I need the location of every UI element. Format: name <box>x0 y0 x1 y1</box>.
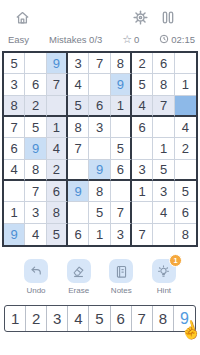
grid-cell-r2c9[interactable]: 1 <box>175 74 196 95</box>
grid-cell-r3c7[interactable]: 4 <box>132 96 153 117</box>
grid-cell-r5c8[interactable]: 1 <box>153 138 174 159</box>
numpad-key-4[interactable]: 4 <box>68 306 89 331</box>
grid-cell-r4c8[interactable] <box>153 117 174 138</box>
grid-cell-r5c1[interactable]: 6 <box>4 138 25 159</box>
grid-cell-r3c6[interactable]: 1 <box>111 96 132 117</box>
grid-cell-r4c4[interactable]: 8 <box>68 117 89 138</box>
undo-button[interactable]: Undo <box>23 259 49 295</box>
grid-cell-r5c5[interactable] <box>89 138 110 159</box>
grid-cell-r1c1[interactable]: 5 <box>4 53 25 74</box>
grid-cell-r2c2[interactable]: 6 <box>25 74 46 95</box>
grid-cell-r3c9[interactable] <box>175 96 196 117</box>
grid-cell-r4c2[interactable]: 5 <box>25 117 46 138</box>
undo-icon <box>24 259 48 283</box>
star-count: 0 <box>134 34 139 45</box>
numpad-key-7[interactable]: 7 <box>132 306 153 331</box>
grid-cell-r6c4[interactable] <box>68 160 89 181</box>
grid-cell-r7c4[interactable]: 9 <box>68 181 89 202</box>
grid-cell-r2c5[interactable] <box>89 74 110 95</box>
numpad-key-9[interactable]: 9 <box>174 306 195 331</box>
grid-cell-r6c2[interactable]: 8 <box>25 160 46 181</box>
grid-cell-r1c8[interactable]: 6 <box>153 53 174 74</box>
hint-badge: 1 <box>169 254 182 267</box>
grid-cell-r2c7[interactable]: 5 <box>132 74 153 95</box>
numpad-key-3[interactable]: 3 <box>47 306 68 331</box>
grid-cell-r2c8[interactable]: 8 <box>153 74 174 95</box>
numpad-key-8[interactable]: 8 <box>153 306 174 331</box>
home-icon <box>14 9 31 26</box>
grid-cell-r1c6[interactable]: 8 <box>111 53 132 74</box>
grid-cell-r6c8[interactable]: 5 <box>153 160 174 181</box>
grid-cell-r2c1[interactable]: 3 <box>4 74 25 95</box>
status-bar: Easy Mistakes 0/3 ☆ 0 02:15 <box>0 33 200 45</box>
notes-button[interactable]: Notes <box>108 259 134 295</box>
home-button[interactable] <box>14 9 31 26</box>
grid-cell-r7c5[interactable]: 8 <box>89 181 110 202</box>
grid-cell-r8c7[interactable] <box>132 202 153 223</box>
grid-cell-r7c9[interactable]: 5 <box>175 181 196 202</box>
grid-cell-r7c8[interactable]: 3 <box>153 181 174 202</box>
eraser-icon <box>67 259 91 283</box>
grid-cell-r4c9[interactable]: 4 <box>175 117 196 138</box>
numpad-key-5[interactable]: 5 <box>89 306 110 331</box>
grid-cell-r8c4[interactable] <box>68 202 89 223</box>
hint-label: Hint <box>157 286 171 295</box>
grid-cell-r3c2[interactable]: 2 <box>25 96 46 117</box>
difficulty-label: Easy <box>8 34 29 45</box>
grid-cell-r8c5[interactable]: 5 <box>89 202 110 223</box>
mistakes-label: Mistakes 0/3 <box>49 34 102 45</box>
grid-cell-r7c7[interactable]: 1 <box>132 181 153 202</box>
score-group: ☆ 0 <box>122 34 139 45</box>
grid-cell-r1c9[interactable] <box>175 53 196 74</box>
grid-cell-r1c2[interactable] <box>25 53 46 74</box>
grid-cell-r9c8[interactable] <box>153 224 174 245</box>
number-pad: 123456789 <box>4 305 196 332</box>
grid-cell-r1c3[interactable]: 9 <box>47 53 68 74</box>
undo-label: Undo <box>26 286 45 295</box>
grid-cell-r8c3[interactable]: 8 <box>47 202 68 223</box>
settings-button[interactable] <box>132 9 149 26</box>
grid-cell-r3c4[interactable]: 5 <box>68 96 89 117</box>
grid-cell-r2c4[interactable]: 4 <box>68 74 89 95</box>
sudoku-board: 5937826367495818256147751836469475124829… <box>2 51 198 247</box>
grid-cell-r9c4[interactable]: 6 <box>68 224 89 245</box>
erase-label: Erase <box>68 286 89 295</box>
grid-cell-r6c1[interactable]: 4 <box>4 160 25 181</box>
grid-cell-r9c6[interactable]: 3 <box>111 224 132 245</box>
star-icon: ☆ <box>122 34 132 44</box>
grid-cell-r1c7[interactable]: 2 <box>132 53 153 74</box>
grid-cell-r6c6[interactable]: 6 <box>111 160 132 181</box>
grid-cell-r9c9[interactable]: 8 <box>175 224 196 245</box>
grid-cell-r8c6[interactable]: 7 <box>111 202 132 223</box>
pause-icon <box>160 9 176 26</box>
numpad-key-1[interactable]: 1 <box>5 306 26 331</box>
gear-icon <box>132 9 149 26</box>
grid-cell-r5c6[interactable]: 5 <box>111 138 132 159</box>
grid-cell-r3c8[interactable]: 7 <box>153 96 174 117</box>
grid-cell-r9c3[interactable]: 5 <box>47 224 68 245</box>
grid-cell-r1c5[interactable]: 7 <box>89 53 110 74</box>
grid-cell-r6c9[interactable] <box>175 160 196 181</box>
grid-cell-r3c3[interactable] <box>47 96 68 117</box>
grid-cell-r5c2[interactable]: 9 <box>25 138 46 159</box>
grid-cell-r2c6[interactable]: 9 <box>111 74 132 95</box>
notebook-icon <box>109 259 133 283</box>
grid-cell-r4c3[interactable]: 1 <box>47 117 68 138</box>
grid-cell-r9c7[interactable]: 7 <box>132 224 153 245</box>
timer-value: 02:15 <box>171 34 195 45</box>
grid-cell-r1c4[interactable]: 3 <box>68 53 89 74</box>
grid-cell-r5c3[interactable]: 4 <box>47 138 68 159</box>
grid-cell-r6c7[interactable]: 3 <box>132 160 153 181</box>
grid-cell-r2c3[interactable]: 7 <box>47 74 68 95</box>
grid-cell-r6c3[interactable]: 2 <box>47 160 68 181</box>
grid-cell-r3c1[interactable]: 8 <box>4 96 25 117</box>
grid-cell-r8c8[interactable]: 4 <box>153 202 174 223</box>
grid-cell-r3c5[interactable]: 6 <box>89 96 110 117</box>
grid-cell-r8c2[interactable]: 3 <box>25 202 46 223</box>
numpad-key-2[interactable]: 2 <box>26 306 47 331</box>
pause-button[interactable] <box>160 9 176 26</box>
grid-cell-r9c5[interactable]: 1 <box>89 224 110 245</box>
hint-button[interactable]: 1 Hint <box>151 259 177 295</box>
grid-cell-r4c6[interactable] <box>111 117 132 138</box>
grid-cell-r8c9[interactable]: 6 <box>175 202 196 223</box>
grid-cell-r9c2[interactable]: 4 <box>25 224 46 245</box>
lightbulb-icon: 1 <box>152 259 176 283</box>
grid-cell-r9c1[interactable]: 9 <box>4 224 25 245</box>
grid-cell-r5c7[interactable] <box>132 138 153 159</box>
top-bar <box>0 0 200 26</box>
grid-cell-r7c6[interactable] <box>111 181 132 202</box>
erase-button[interactable]: Erase <box>66 259 92 295</box>
grid-cell-r4c7[interactable]: 6 <box>132 117 153 138</box>
grid-cell-r7c1[interactable] <box>4 181 25 202</box>
grid-cell-r4c5[interactable]: 3 <box>89 117 110 138</box>
grid-cell-r4c1[interactable]: 7 <box>4 117 25 138</box>
notes-label: Notes <box>111 286 132 295</box>
grid-cell-r7c3[interactable]: 6 <box>47 181 68 202</box>
grid-cell-r8c1[interactable]: 1 <box>4 202 25 223</box>
grid-cell-r5c9[interactable]: 2 <box>175 138 196 159</box>
grid-cell-r7c2[interactable]: 7 <box>25 181 46 202</box>
numpad-key-6[interactable]: 6 <box>111 306 132 331</box>
toolbar: Undo Erase Notes <box>0 259 200 295</box>
grid-cell-r6c5[interactable]: 9 <box>89 160 110 181</box>
grid-cell-r5c4[interactable]: 7 <box>68 138 89 159</box>
clock-icon <box>159 34 169 44</box>
sudoku-app: Easy Mistakes 0/3 ☆ 0 02:15 593782636749… <box>0 0 200 355</box>
timer-group: 02:15 <box>159 34 195 45</box>
